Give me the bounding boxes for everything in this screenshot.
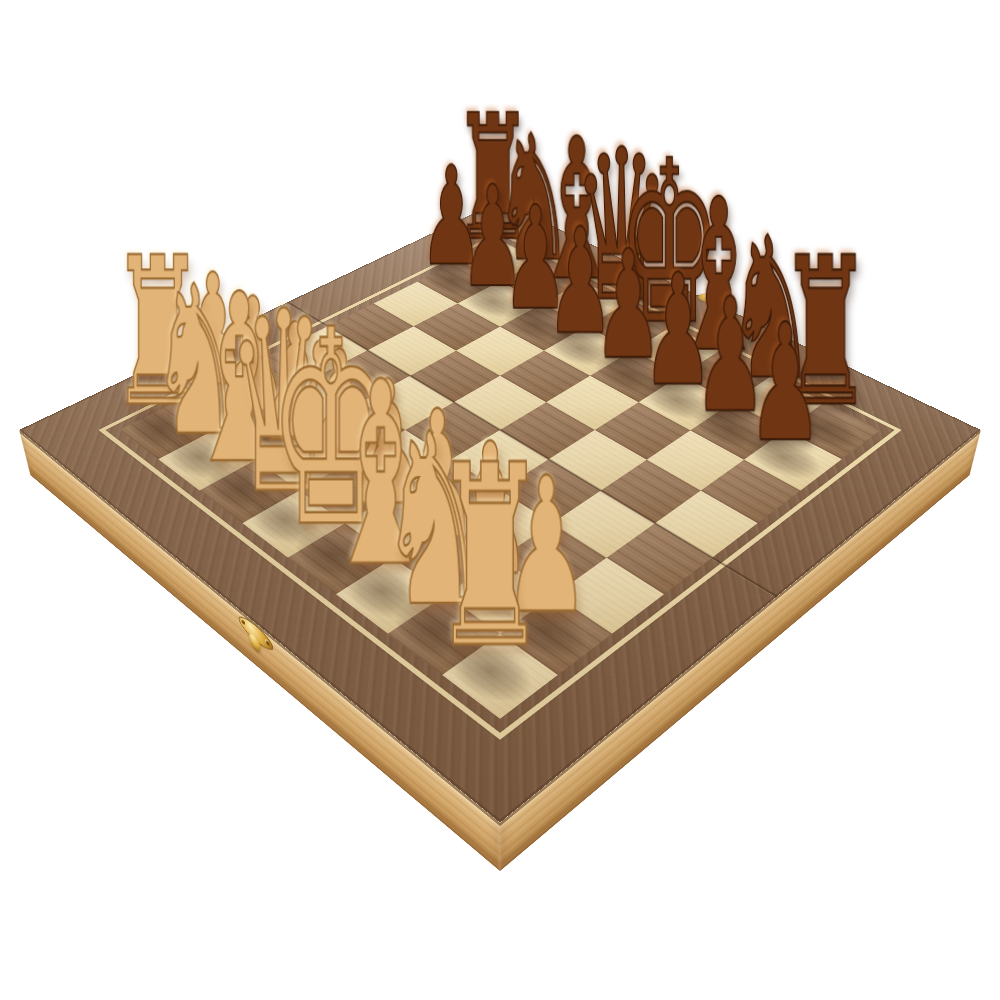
board-surface: ♜♞♝♛♚♝♞♜♟♟♟♟♟♟♟♟♟♟♟♟♟♟♟♟♜♞♝♛♚♝♞♜	[19, 201, 981, 823]
product-photo: ♜♞♝♛♚♝♞♜♟♟♟♟♟♟♟♟♟♟♟♟♟♟♟♟♜♞♝♛♚♝♞♜	[0, 0, 1000, 1000]
chess-board: ♜♞♝♛♚♝♞♜♟♟♟♟♟♟♟♟♟♟♟♟♟♟♟♟♜♞♝♛♚♝♞♜	[19, 201, 981, 823]
piece-black-pawn[interactable]: ♟	[708, 303, 864, 465]
piece-white-rook[interactable]: ♜	[397, 432, 582, 683]
